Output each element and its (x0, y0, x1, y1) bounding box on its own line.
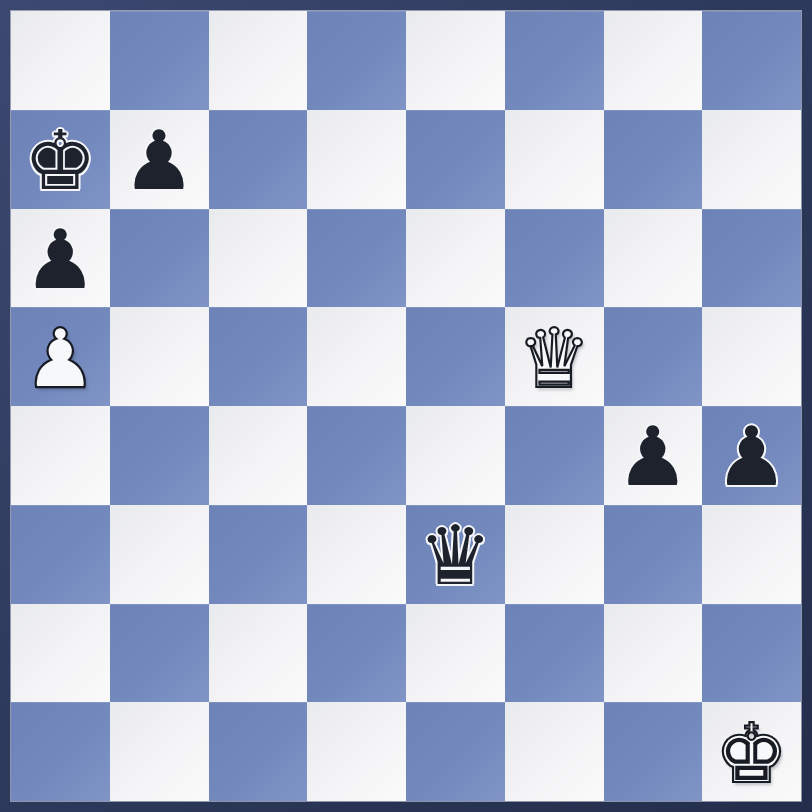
square-h5[interactable] (702, 307, 801, 406)
square-a2[interactable] (11, 604, 110, 703)
square-e8[interactable] (406, 11, 505, 110)
square-h3[interactable] (702, 505, 801, 604)
square-h7[interactable] (702, 110, 801, 209)
square-e5[interactable] (406, 307, 505, 406)
square-d6[interactable] (307, 209, 406, 308)
square-f7[interactable] (505, 110, 604, 209)
square-d5[interactable] (307, 307, 406, 406)
square-h4[interactable]: ♟ (702, 406, 801, 505)
piece-black-queen[interactable]: ♛ (419, 515, 493, 597)
square-c3[interactable] (209, 505, 308, 604)
square-b5[interactable] (110, 307, 209, 406)
piece-white-king[interactable]: ♚ (715, 713, 789, 795)
square-d8[interactable] (307, 11, 406, 110)
square-d3[interactable] (307, 505, 406, 604)
square-b6[interactable] (110, 209, 209, 308)
square-f3[interactable] (505, 505, 604, 604)
square-h1[interactable]: ♚ (702, 702, 801, 801)
square-e4[interactable] (406, 406, 505, 505)
square-d4[interactable] (307, 406, 406, 505)
square-h6[interactable] (702, 209, 801, 308)
square-g3[interactable] (604, 505, 703, 604)
square-g8[interactable] (604, 11, 703, 110)
square-a7[interactable]: ♚ (11, 110, 110, 209)
square-g6[interactable] (604, 209, 703, 308)
square-d7[interactable] (307, 110, 406, 209)
square-a3[interactable] (11, 505, 110, 604)
square-f2[interactable] (505, 604, 604, 703)
square-d2[interactable] (307, 604, 406, 703)
square-f5[interactable]: ♛ (505, 307, 604, 406)
square-a8[interactable] (11, 11, 110, 110)
piece-black-pawn[interactable]: ♟ (616, 416, 690, 498)
chess-board: ♚♟♟♟♛♟♟♛♚ (11, 11, 801, 801)
square-a6[interactable]: ♟ (11, 209, 110, 308)
square-a5[interactable]: ♟ (11, 307, 110, 406)
square-b2[interactable] (110, 604, 209, 703)
square-c5[interactable] (209, 307, 308, 406)
square-g1[interactable] (604, 702, 703, 801)
piece-black-king[interactable]: ♚ (24, 120, 98, 202)
square-e1[interactable] (406, 702, 505, 801)
piece-white-pawn[interactable]: ♟ (24, 318, 98, 400)
square-g7[interactable] (604, 110, 703, 209)
square-d1[interactable] (307, 702, 406, 801)
square-c4[interactable] (209, 406, 308, 505)
square-g4[interactable]: ♟ (604, 406, 703, 505)
square-g5[interactable] (604, 307, 703, 406)
square-c8[interactable] (209, 11, 308, 110)
square-f1[interactable] (505, 702, 604, 801)
piece-black-pawn[interactable]: ♟ (715, 416, 789, 498)
square-e7[interactable] (406, 110, 505, 209)
square-b7[interactable]: ♟ (110, 110, 209, 209)
square-e3[interactable]: ♛ (406, 505, 505, 604)
square-b4[interactable] (110, 406, 209, 505)
square-e6[interactable] (406, 209, 505, 308)
square-h2[interactable] (702, 604, 801, 703)
square-g2[interactable] (604, 604, 703, 703)
piece-black-pawn[interactable]: ♟ (122, 120, 196, 202)
piece-white-queen[interactable]: ♛ (517, 318, 591, 400)
square-b8[interactable] (110, 11, 209, 110)
chess-board-frame: ♚♟♟♟♛♟♟♛♚ (0, 0, 812, 812)
square-c2[interactable] (209, 604, 308, 703)
square-e2[interactable] (406, 604, 505, 703)
square-c6[interactable] (209, 209, 308, 308)
square-a4[interactable] (11, 406, 110, 505)
square-c7[interactable] (209, 110, 308, 209)
square-b3[interactable] (110, 505, 209, 604)
square-c1[interactable] (209, 702, 308, 801)
square-f8[interactable] (505, 11, 604, 110)
square-f6[interactable] (505, 209, 604, 308)
piece-black-pawn[interactable]: ♟ (24, 219, 98, 301)
square-a1[interactable] (11, 702, 110, 801)
square-f4[interactable] (505, 406, 604, 505)
square-b1[interactable] (110, 702, 209, 801)
square-h8[interactable] (702, 11, 801, 110)
